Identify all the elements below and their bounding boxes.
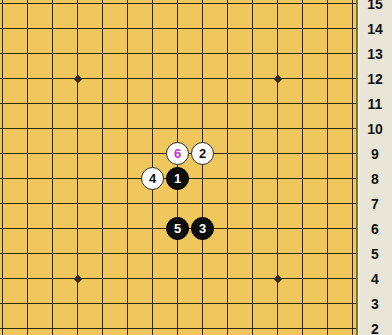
board-intersection[interactable] xyxy=(240,316,265,335)
row-label-6: 6 xyxy=(358,216,392,241)
board-intersection[interactable] xyxy=(190,191,215,216)
board-intersection[interactable] xyxy=(290,66,315,91)
board-intersection[interactable] xyxy=(315,41,340,66)
board-intersection[interactable] xyxy=(0,91,15,116)
row-label-5: 5 xyxy=(358,241,392,266)
board-intersection[interactable] xyxy=(165,241,190,266)
row-label-2: 2 xyxy=(358,316,392,335)
board-intersection[interactable] xyxy=(15,316,40,335)
board-intersection[interactable] xyxy=(165,0,190,16)
board-intersection[interactable] xyxy=(115,0,140,16)
board-intersection[interactable] xyxy=(115,216,140,241)
board-intersection[interactable] xyxy=(240,16,265,41)
goban[interactable]: 123456 xyxy=(0,0,356,335)
board-intersection[interactable] xyxy=(40,141,65,166)
board-intersection[interactable] xyxy=(190,166,215,191)
board-intersection[interactable] xyxy=(0,316,15,335)
board-intersection[interactable] xyxy=(90,316,115,335)
go-diagram: 123456 15141312111098765432 xyxy=(0,0,392,335)
stone-black-move-5: 5 xyxy=(166,217,189,240)
board-intersection[interactable] xyxy=(340,241,356,266)
board-intersection[interactable] xyxy=(140,191,165,216)
board-intersection[interactable] xyxy=(65,91,90,116)
board-intersection[interactable] xyxy=(215,191,240,216)
board-intersection[interactable] xyxy=(0,116,15,141)
board-intersection[interactable] xyxy=(40,0,65,16)
board-intersection[interactable] xyxy=(0,291,15,316)
board-intersection[interactable] xyxy=(115,41,140,66)
board-intersection[interactable] xyxy=(165,16,190,41)
board-intersection[interactable] xyxy=(0,166,15,191)
board-intersection[interactable] xyxy=(240,291,265,316)
board-intersection[interactable] xyxy=(190,316,215,335)
board-intersection[interactable] xyxy=(90,91,115,116)
board-intersection[interactable] xyxy=(315,216,340,241)
board-intersection[interactable] xyxy=(315,0,340,16)
board-intersection[interactable] xyxy=(165,291,190,316)
board-intersection[interactable] xyxy=(240,191,265,216)
row-label-8: 8 xyxy=(358,166,392,191)
board-intersection[interactable] xyxy=(40,166,65,191)
board-intersection[interactable] xyxy=(140,0,165,16)
board-intersection[interactable] xyxy=(65,216,90,241)
board-intersection[interactable] xyxy=(90,116,115,141)
board-intersection[interactable] xyxy=(140,241,165,266)
board-intersection[interactable] xyxy=(90,241,115,266)
board-intersection[interactable] xyxy=(90,66,115,91)
board-intersection[interactable] xyxy=(0,66,15,91)
board-intersection[interactable] xyxy=(215,116,240,141)
board-intersection[interactable] xyxy=(290,0,315,16)
board-intersection[interactable] xyxy=(165,41,190,66)
stone-move-number: 6 xyxy=(174,147,181,160)
board-intersection[interactable] xyxy=(15,241,40,266)
board-intersection[interactable] xyxy=(215,41,240,66)
board-intersection[interactable] xyxy=(215,66,240,91)
board-intersection[interactable] xyxy=(290,316,315,335)
board-intersection[interactable] xyxy=(65,16,90,41)
board-intersection[interactable] xyxy=(265,141,290,166)
board-intersection[interactable] xyxy=(190,291,215,316)
board-intersection[interactable] xyxy=(315,166,340,191)
board-intersection[interactable] xyxy=(40,16,65,41)
board-intersection[interactable] xyxy=(215,291,240,316)
board-intersection[interactable] xyxy=(115,116,140,141)
board-intersection[interactable] xyxy=(315,291,340,316)
row-label-11: 11 xyxy=(358,91,392,116)
board-intersection[interactable] xyxy=(215,91,240,116)
board-intersection[interactable] xyxy=(40,291,65,316)
board-intersection[interactable] xyxy=(115,291,140,316)
board-intersection[interactable] xyxy=(215,216,240,241)
board-intersection[interactable] xyxy=(340,141,356,166)
board-intersection[interactable] xyxy=(265,166,290,191)
board-intersection[interactable] xyxy=(290,266,315,291)
board-intersection[interactable] xyxy=(340,291,356,316)
board-intersection[interactable] xyxy=(40,316,65,335)
board-intersection[interactable] xyxy=(140,16,165,41)
board-intersection[interactable] xyxy=(40,266,65,291)
board-intersection[interactable] xyxy=(65,191,90,216)
board-intersection[interactable] xyxy=(290,141,315,166)
board-intersection[interactable] xyxy=(215,0,240,16)
board-intersection[interactable] xyxy=(265,91,290,116)
row-label-13: 13 xyxy=(358,41,392,66)
stone-white-move-2: 2 xyxy=(191,142,214,165)
board-intersection[interactable] xyxy=(115,141,140,166)
board-intersection[interactable] xyxy=(0,0,15,16)
board-intersection[interactable] xyxy=(165,266,190,291)
board-intersection[interactable] xyxy=(65,166,90,191)
board-intersection[interactable] xyxy=(15,216,40,241)
row-label-10: 10 xyxy=(358,116,392,141)
board-intersection[interactable] xyxy=(15,16,40,41)
board-intersection[interactable] xyxy=(40,191,65,216)
board-intersection[interactable] xyxy=(140,216,165,241)
board-intersection[interactable] xyxy=(215,316,240,335)
board-intersection[interactable] xyxy=(65,0,90,16)
board-intersection[interactable] xyxy=(40,116,65,141)
board-intersection[interactable] xyxy=(40,91,65,116)
board-intersection[interactable] xyxy=(190,16,215,41)
board-intersection[interactable] xyxy=(315,116,340,141)
board-intersection[interactable] xyxy=(265,16,290,41)
stone-white-move-4: 4 xyxy=(141,167,164,190)
board-intersection[interactable] xyxy=(65,41,90,66)
board-intersection[interactable] xyxy=(265,216,290,241)
board-intersection[interactable] xyxy=(265,41,290,66)
board-intersection[interactable] xyxy=(290,241,315,266)
board-intersection[interactable] xyxy=(190,41,215,66)
board-intersection[interactable] xyxy=(15,0,40,16)
board-intersection[interactable] xyxy=(340,316,356,335)
board-intersection[interactable] xyxy=(240,66,265,91)
board-intersection[interactable] xyxy=(290,116,315,141)
board-intersection[interactable] xyxy=(140,291,165,316)
board-intersection[interactable] xyxy=(140,141,165,166)
board-intersection[interactable] xyxy=(90,216,115,241)
board-intersection[interactable] xyxy=(115,166,140,191)
board-intersection[interactable] xyxy=(15,266,40,291)
board-intersection[interactable] xyxy=(340,41,356,66)
row-label-12: 12 xyxy=(358,66,392,91)
board-intersection[interactable] xyxy=(240,216,265,241)
board-intersection[interactable] xyxy=(40,66,65,91)
board-intersection[interactable] xyxy=(240,91,265,116)
stone-move-number: 4 xyxy=(149,172,156,185)
board-intersection[interactable] xyxy=(115,91,140,116)
board-intersection[interactable] xyxy=(340,166,356,191)
board-intersection[interactable] xyxy=(65,316,90,335)
stone-black-move-1: 1 xyxy=(166,167,189,190)
board-intersection[interactable] xyxy=(40,241,65,266)
board-intersection[interactable] xyxy=(315,141,340,166)
board-intersection[interactable] xyxy=(240,266,265,291)
board-intersection[interactable] xyxy=(315,241,340,266)
board-intersection[interactable] xyxy=(90,41,115,66)
board-intersection[interactable] xyxy=(40,216,65,241)
board-intersection[interactable] xyxy=(340,16,356,41)
board-intersection[interactable] xyxy=(115,191,140,216)
board-intersection[interactable] xyxy=(0,216,15,241)
stone-move-number: 2 xyxy=(199,147,206,160)
stone-move-number: 1 xyxy=(174,172,181,185)
board-intersection[interactable] xyxy=(90,266,115,291)
board-intersection[interactable] xyxy=(165,66,190,91)
board-intersection[interactable] xyxy=(315,91,340,116)
board-intersection[interactable] xyxy=(190,241,215,266)
board-intersection[interactable] xyxy=(240,141,265,166)
board-intersection[interactable] xyxy=(290,291,315,316)
board-intersection[interactable] xyxy=(90,291,115,316)
board-intersection[interactable] xyxy=(340,191,356,216)
board-intersection[interactable] xyxy=(340,91,356,116)
board-intersection[interactable] xyxy=(90,141,115,166)
stone-white-move-6: 6 xyxy=(166,142,189,165)
board-intersection[interactable] xyxy=(215,166,240,191)
board-intersection[interactable] xyxy=(140,66,165,91)
board-intersection[interactable] xyxy=(265,191,290,216)
board-intersection[interactable] xyxy=(15,166,40,191)
board-intersection[interactable] xyxy=(290,191,315,216)
board-intersection[interactable] xyxy=(290,41,315,66)
board-intersection[interactable] xyxy=(90,16,115,41)
board-intersection[interactable] xyxy=(215,16,240,41)
board-intersection[interactable] xyxy=(340,266,356,291)
board-intersection[interactable] xyxy=(315,16,340,41)
board-intersection[interactable] xyxy=(240,241,265,266)
row-label-7: 7 xyxy=(358,191,392,216)
board-intersection[interactable] xyxy=(265,0,290,16)
row-label-14: 14 xyxy=(358,16,392,41)
board-intersection[interactable] xyxy=(90,0,115,16)
board-intersection[interactable] xyxy=(140,91,165,116)
board-intersection[interactable] xyxy=(15,191,40,216)
board-intersection[interactable] xyxy=(340,216,356,241)
board-intersection[interactable] xyxy=(290,216,315,241)
board-intersection[interactable] xyxy=(265,316,290,335)
board-intersection[interactable] xyxy=(315,266,340,291)
board-intersection[interactable] xyxy=(340,0,356,16)
board-intersection[interactable] xyxy=(190,0,215,16)
board-intersection[interactable] xyxy=(290,91,315,116)
board-intersection[interactable] xyxy=(15,91,40,116)
board-intersection[interactable] xyxy=(0,141,15,166)
row-label-9: 9 xyxy=(358,141,392,166)
board-intersection[interactable] xyxy=(290,166,315,191)
board-intersection[interactable] xyxy=(165,116,190,141)
board-intersection[interactable] xyxy=(340,66,356,91)
board-intersection[interactable] xyxy=(140,266,165,291)
board-intersection[interactable] xyxy=(340,116,356,141)
row-label-4: 4 xyxy=(358,266,392,291)
board-intersection[interactable] xyxy=(190,116,215,141)
coordinate-strip: 15141312111098765432 xyxy=(356,0,392,335)
board-intersection[interactable] xyxy=(190,266,215,291)
board-intersection[interactable] xyxy=(240,166,265,191)
board-intersection[interactable] xyxy=(315,66,340,91)
board-intersection[interactable] xyxy=(0,191,15,216)
board-intersection[interactable] xyxy=(65,241,90,266)
board-intersection[interactable] xyxy=(240,0,265,16)
stone-move-number: 3 xyxy=(199,222,206,235)
board-intersection[interactable] xyxy=(190,66,215,91)
stone-black-move-3: 3 xyxy=(191,217,214,240)
board-intersection[interactable] xyxy=(65,291,90,316)
row-label-15: 15 xyxy=(358,0,392,16)
board-intersection[interactable] xyxy=(0,41,15,66)
board-intersection[interactable] xyxy=(165,91,190,116)
board-intersection[interactable] xyxy=(15,141,40,166)
board-intersection[interactable] xyxy=(115,66,140,91)
board-intersection[interactable] xyxy=(115,16,140,41)
board-intersection[interactable] xyxy=(15,291,40,316)
board-intersection[interactable] xyxy=(265,291,290,316)
board-grid: 123456 xyxy=(0,0,356,335)
board-intersection[interactable] xyxy=(15,41,40,66)
board-intersection[interactable] xyxy=(315,316,340,335)
board-intersection[interactable] xyxy=(165,191,190,216)
board-intersection[interactable] xyxy=(115,316,140,335)
board-intersection[interactable] xyxy=(315,191,340,216)
board-intersection[interactable] xyxy=(190,91,215,116)
board-intersection[interactable] xyxy=(240,41,265,66)
board-intersection[interactable] xyxy=(115,241,140,266)
board-intersection[interactable] xyxy=(215,241,240,266)
board-intersection[interactable] xyxy=(40,41,65,66)
board-intersection[interactable] xyxy=(15,116,40,141)
board-intersection[interactable] xyxy=(115,266,140,291)
board-intersection[interactable] xyxy=(215,266,240,291)
board-intersection[interactable] xyxy=(15,66,40,91)
board-intersection[interactable] xyxy=(240,116,265,141)
board-intersection[interactable] xyxy=(140,41,165,66)
board-intersection[interactable] xyxy=(0,16,15,41)
board-intersection[interactable] xyxy=(165,316,190,335)
board-intersection[interactable] xyxy=(0,266,15,291)
board-intersection[interactable] xyxy=(0,241,15,266)
board-intersection[interactable] xyxy=(90,166,115,191)
stone-move-number: 5 xyxy=(174,222,181,235)
board-intersection[interactable] xyxy=(140,116,165,141)
board-intersection[interactable] xyxy=(265,241,290,266)
board-intersection[interactable] xyxy=(90,191,115,216)
board-intersection[interactable] xyxy=(65,141,90,166)
board-intersection[interactable] xyxy=(65,116,90,141)
row-label-3: 3 xyxy=(358,291,392,316)
board-intersection[interactable] xyxy=(215,141,240,166)
board-intersection[interactable] xyxy=(290,16,315,41)
board-intersection[interactable] xyxy=(140,316,165,335)
board-intersection[interactable] xyxy=(265,116,290,141)
